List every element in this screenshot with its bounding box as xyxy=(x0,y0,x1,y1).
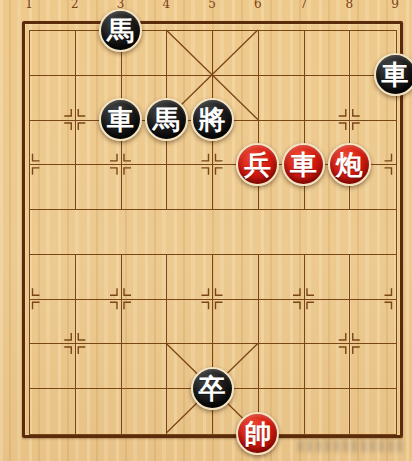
piece-black-soldier[interactable]: 卒 xyxy=(191,367,234,410)
board-cell xyxy=(350,255,396,300)
board-cell xyxy=(167,31,213,76)
watermark-smudge xyxy=(298,440,406,452)
piece-red-soldier[interactable]: 兵 xyxy=(236,143,279,186)
board-cell xyxy=(350,389,396,434)
board-cell xyxy=(30,31,76,76)
board-cell xyxy=(76,344,122,389)
board-cell xyxy=(30,165,76,210)
board-cell xyxy=(259,31,305,76)
board-cell xyxy=(30,121,76,166)
board-cell xyxy=(122,344,168,389)
column-label-7: 7 xyxy=(300,0,308,11)
piece-black-chariot-b[interactable]: 車 xyxy=(99,98,142,141)
column-label-5: 5 xyxy=(208,0,216,11)
board-cell xyxy=(213,255,259,300)
board-cell xyxy=(30,76,76,121)
column-labels: 123456789 xyxy=(0,0,412,14)
board-cell xyxy=(167,165,213,210)
board-cell xyxy=(30,344,76,389)
board-cell xyxy=(122,165,168,210)
board-cell xyxy=(167,300,213,345)
piece-black-horse-b[interactable]: 馬 xyxy=(145,98,188,141)
piece-red-general[interactable]: 帥 xyxy=(236,412,279,455)
board-cell xyxy=(213,210,259,255)
piece-black-general[interactable]: 將 xyxy=(191,98,234,141)
board-cell xyxy=(305,31,351,76)
column-label-1: 1 xyxy=(25,0,33,11)
board-cell xyxy=(305,255,351,300)
board-cell xyxy=(76,210,122,255)
board-cell xyxy=(259,344,305,389)
board-cell xyxy=(350,300,396,345)
column-label-2: 2 xyxy=(71,0,79,11)
board-cell xyxy=(167,255,213,300)
board-cell xyxy=(213,300,259,345)
xiangqi-app: 123456789 馬車車馬將兵車炮卒帥 xyxy=(0,0,412,461)
board-cell xyxy=(30,210,76,255)
board-cell xyxy=(259,300,305,345)
piece-red-chariot[interactable]: 車 xyxy=(282,143,325,186)
board-cell xyxy=(213,31,259,76)
board-cell xyxy=(122,389,168,434)
board-cell xyxy=(305,76,351,121)
board-cell xyxy=(30,389,76,434)
column-label-4: 4 xyxy=(162,0,170,11)
column-label-6: 6 xyxy=(254,0,262,11)
board-cell xyxy=(122,210,168,255)
board-cell xyxy=(305,344,351,389)
board-cell xyxy=(305,300,351,345)
board-cell xyxy=(76,165,122,210)
board-cell xyxy=(76,389,122,434)
board-cell xyxy=(259,210,305,255)
board-cell xyxy=(30,255,76,300)
board-cell xyxy=(167,210,213,255)
board-cell xyxy=(76,300,122,345)
column-label-9: 9 xyxy=(391,0,399,11)
board-cell xyxy=(259,76,305,121)
board-cell xyxy=(122,300,168,345)
board-cell xyxy=(76,255,122,300)
board-cell xyxy=(30,300,76,345)
board-cell xyxy=(350,210,396,255)
piece-red-cannon[interactable]: 炮 xyxy=(328,143,371,186)
piece-black-horse-a[interactable]: 馬 xyxy=(99,9,142,52)
board-cell xyxy=(350,344,396,389)
board-cell xyxy=(305,389,351,434)
column-label-8: 8 xyxy=(345,0,353,11)
board-cell xyxy=(259,255,305,300)
board-cell xyxy=(305,210,351,255)
board-cell xyxy=(122,255,168,300)
